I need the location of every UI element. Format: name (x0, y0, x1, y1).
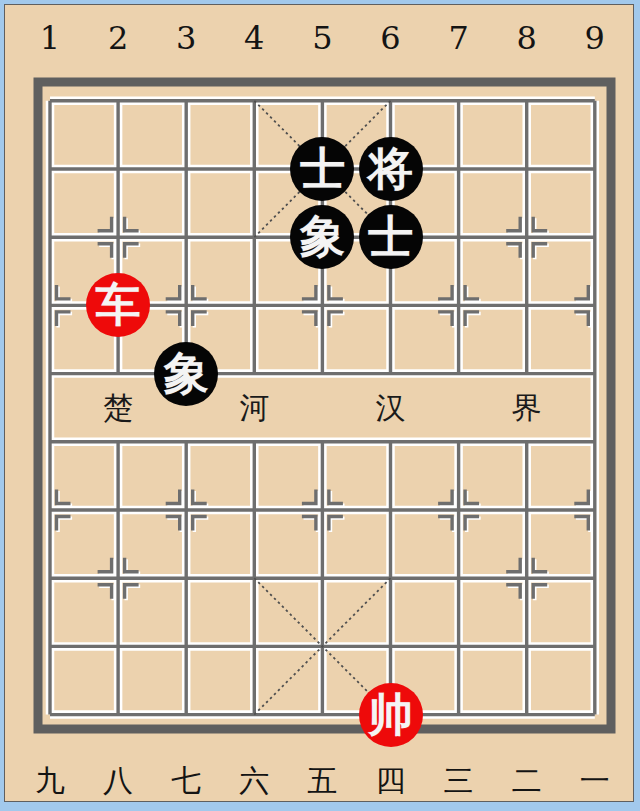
river-label-3: 界 (512, 387, 542, 428)
piece-black-advisor-1[interactable]: 士 (290, 137, 354, 201)
piece-glyph: 象 (164, 342, 209, 406)
piece-black-elephant-1[interactable]: 象 (290, 205, 354, 269)
piece-black-elephant-2[interactable]: 象 (154, 342, 218, 406)
xiangqi-screenshot: { "game": "xiangqi", "position": { "fen"… (0, 0, 640, 811)
piece-black-advisor-2[interactable]: 士 (359, 205, 423, 269)
xiangqi-board-grid (0, 0, 640, 811)
piece-glyph: 象 (300, 205, 345, 269)
piece-glyph: 士 (368, 205, 413, 269)
piece-glyph: 车 (96, 273, 141, 337)
river-label-0: 楚 (103, 387, 133, 428)
piece-glyph: 帅 (368, 683, 413, 747)
piece-red-general[interactable]: 帅 (359, 683, 423, 747)
piece-glyph: 将 (368, 137, 413, 201)
piece-glyph: 士 (300, 137, 345, 201)
river-label-1: 河 (239, 387, 269, 428)
piece-red-chariot[interactable]: 车 (86, 273, 150, 337)
river-label-2: 汉 (376, 387, 406, 428)
piece-black-general[interactable]: 将 (359, 137, 423, 201)
